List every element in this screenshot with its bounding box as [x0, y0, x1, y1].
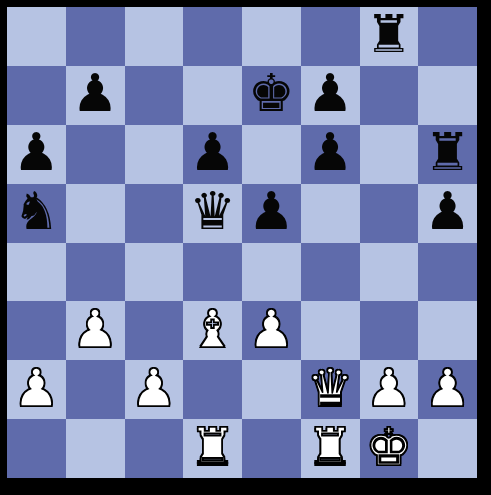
square-c7[interactable] — [125, 66, 184, 125]
square-c4[interactable] — [125, 243, 184, 302]
piece-white-pawn[interactable]: ♟ — [366, 362, 413, 414]
square-f4[interactable] — [301, 243, 360, 302]
square-h5[interactable]: ♟ — [418, 184, 477, 243]
square-c3[interactable] — [125, 301, 184, 360]
square-d6[interactable]: ♟ — [183, 125, 242, 184]
square-b4[interactable] — [66, 243, 125, 302]
square-b8[interactable] — [66, 7, 125, 66]
square-a4[interactable] — [7, 243, 66, 302]
piece-white-pawn[interactable]: ♟ — [424, 362, 471, 414]
square-a3[interactable] — [7, 301, 66, 360]
square-c2[interactable]: ♟ — [125, 360, 184, 419]
square-f3[interactable] — [301, 301, 360, 360]
square-g1[interactable]: ♚ — [360, 419, 419, 478]
square-g2[interactable]: ♟ — [360, 360, 419, 419]
square-b1[interactable] — [66, 419, 125, 478]
square-g7[interactable] — [360, 66, 419, 125]
piece-black-pawn[interactable]: ♟ — [72, 67, 119, 119]
piece-white-rook[interactable]: ♜ — [189, 421, 236, 473]
piece-black-pawn[interactable]: ♟ — [189, 126, 236, 178]
square-h3[interactable] — [418, 301, 477, 360]
square-a1[interactable] — [7, 419, 66, 478]
square-a6[interactable]: ♟ — [7, 125, 66, 184]
chess-app-window: ♜♟♚♟♟♟♟♜♞♛♟♟♟♝♟♟♟♛♟♟♜♜♚ — [0, 0, 491, 495]
square-f2[interactable]: ♛ — [301, 360, 360, 419]
piece-black-pawn[interactable]: ♟ — [307, 67, 354, 119]
square-a7[interactable] — [7, 66, 66, 125]
chess-board: ♜♟♚♟♟♟♟♜♞♛♟♟♟♝♟♟♟♛♟♟♜♜♚ — [7, 7, 477, 478]
square-e2[interactable] — [242, 360, 301, 419]
piece-white-pawn[interactable]: ♟ — [13, 362, 60, 414]
square-f1[interactable]: ♜ — [301, 419, 360, 478]
square-g5[interactable] — [360, 184, 419, 243]
square-b7[interactable]: ♟ — [66, 66, 125, 125]
piece-black-pawn[interactable]: ♟ — [13, 126, 60, 178]
piece-white-bishop[interactable]: ♝ — [189, 303, 236, 355]
piece-black-pawn[interactable]: ♟ — [424, 185, 471, 237]
piece-white-pawn[interactable]: ♟ — [131, 362, 178, 414]
square-c1[interactable] — [125, 419, 184, 478]
square-d1[interactable]: ♜ — [183, 419, 242, 478]
square-e4[interactable] — [242, 243, 301, 302]
square-c5[interactable] — [125, 184, 184, 243]
square-e8[interactable] — [242, 7, 301, 66]
square-h1[interactable] — [418, 419, 477, 478]
square-f5[interactable] — [301, 184, 360, 243]
square-c8[interactable] — [125, 7, 184, 66]
square-h8[interactable] — [418, 7, 477, 66]
square-e5[interactable]: ♟ — [242, 184, 301, 243]
square-d8[interactable] — [183, 7, 242, 66]
square-h2[interactable]: ♟ — [418, 360, 477, 419]
piece-black-queen[interactable]: ♛ — [189, 185, 236, 237]
square-g6[interactable] — [360, 125, 419, 184]
square-b3[interactable]: ♟ — [66, 301, 125, 360]
square-d5[interactable]: ♛ — [183, 184, 242, 243]
piece-white-queen[interactable]: ♛ — [307, 362, 354, 414]
square-d3[interactable]: ♝ — [183, 301, 242, 360]
square-e3[interactable]: ♟ — [242, 301, 301, 360]
piece-black-rook[interactable]: ♜ — [366, 8, 413, 60]
square-a5[interactable]: ♞ — [7, 184, 66, 243]
piece-black-rook[interactable]: ♜ — [424, 126, 471, 178]
square-f7[interactable]: ♟ — [301, 66, 360, 125]
piece-black-pawn[interactable]: ♟ — [307, 126, 354, 178]
square-b2[interactable] — [66, 360, 125, 419]
square-e6[interactable] — [242, 125, 301, 184]
square-e7[interactable]: ♚ — [242, 66, 301, 125]
square-d7[interactable] — [183, 66, 242, 125]
square-e1[interactable] — [242, 419, 301, 478]
piece-black-king[interactable]: ♚ — [248, 67, 295, 119]
square-f6[interactable]: ♟ — [301, 125, 360, 184]
square-g3[interactable] — [360, 301, 419, 360]
piece-black-knight[interactable]: ♞ — [13, 185, 60, 237]
piece-black-pawn[interactable]: ♟ — [248, 185, 295, 237]
square-h7[interactable] — [418, 66, 477, 125]
square-d2[interactable] — [183, 360, 242, 419]
piece-white-rook[interactable]: ♜ — [307, 421, 354, 473]
square-g8[interactable]: ♜ — [360, 7, 419, 66]
square-h4[interactable] — [418, 243, 477, 302]
square-c6[interactable] — [125, 125, 184, 184]
piece-white-pawn[interactable]: ♟ — [72, 303, 119, 355]
square-a8[interactable] — [7, 7, 66, 66]
square-g4[interactable] — [360, 243, 419, 302]
square-f8[interactable] — [301, 7, 360, 66]
piece-white-king[interactable]: ♚ — [366, 421, 413, 473]
square-d4[interactable] — [183, 243, 242, 302]
square-h6[interactable]: ♜ — [418, 125, 477, 184]
square-a2[interactable]: ♟ — [7, 360, 66, 419]
square-b6[interactable] — [66, 125, 125, 184]
square-b5[interactable] — [66, 184, 125, 243]
piece-white-pawn[interactable]: ♟ — [248, 303, 295, 355]
